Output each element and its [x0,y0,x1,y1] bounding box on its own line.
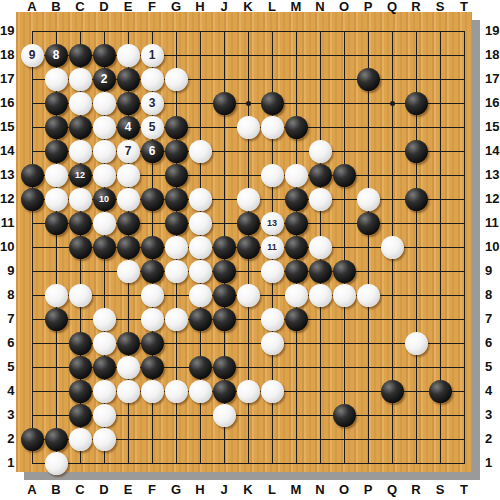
black-stone-A2[interactable] [21,428,44,451]
black-stone-B14[interactable] [45,140,68,163]
black-stone-B7[interactable] [45,308,68,331]
black-stone-K10[interactable] [237,236,260,259]
black-stone-M11[interactable] [285,212,308,235]
black-stone-M10[interactable] [285,236,308,259]
col-label-F: F [140,481,164,498]
black-stone-E15[interactable]: 4 [117,116,140,139]
black-stone-D18[interactable] [93,44,116,67]
white-stone-C17[interactable] [69,68,92,91]
white-stone-D6[interactable] [93,332,116,355]
white-stone-F16[interactable]: 3 [141,92,164,115]
white-stone-F15[interactable]: 5 [141,116,164,139]
go-board-screen: 98123457612101311 ABCDEFGHJKLMNOPQRST AB… [0,0,500,500]
white-stone-G10[interactable] [165,236,188,259]
col-label-Q: Q [380,481,404,498]
col-label-N: N [308,481,332,498]
black-stone-E17[interactable] [117,68,140,91]
row-label-7: 7 [0,307,15,331]
white-stone-E14[interactable]: 7 [117,140,140,163]
col-label-R: R [404,0,428,13]
white-stone-B1[interactable] [45,452,68,475]
white-stone-H12[interactable] [189,188,212,211]
move-number-10: 10 [99,195,109,204]
stones-layer[interactable]: 98123457612101311 [20,19,476,475]
col-label-S: S [428,481,452,498]
white-stone-K4[interactable] [237,380,260,403]
move-number-5: 5 [149,121,156,133]
black-stone-N13[interactable] [309,164,332,187]
row-label-3: 3 [485,403,500,427]
white-stone-F4[interactable] [141,380,164,403]
white-stone-E12[interactable] [117,188,140,211]
col-label-H: H [188,481,212,498]
black-stone-D17[interactable]: 2 [93,68,116,91]
row-label-4: 4 [0,379,15,403]
move-number-8: 8 [53,49,60,61]
row-label-13: 13 [485,163,500,187]
col-label-L: L [260,0,284,13]
row-label-6: 6 [485,331,500,355]
white-stone-L6[interactable] [261,332,284,355]
move-number-11: 11 [267,243,277,252]
black-stone-J9[interactable] [213,260,236,283]
black-stone-E11[interactable] [117,212,140,235]
white-stone-D4[interactable] [93,380,116,403]
white-stone-C12[interactable] [69,188,92,211]
white-stone-C8[interactable] [69,284,92,307]
white-stone-N12[interactable] [309,188,332,211]
move-number-6: 6 [149,145,156,157]
row-label-13: 13 [0,163,15,187]
white-stone-L4[interactable] [261,380,284,403]
col-label-P: P [356,481,380,498]
move-number-3: 3 [149,97,156,109]
white-stone-F7[interactable] [141,308,164,331]
row-label-17: 17 [0,67,15,91]
white-stone-F17[interactable] [141,68,164,91]
move-number-1: 1 [149,49,156,61]
black-stone-O13[interactable] [333,164,356,187]
col-label-C: C [68,0,92,13]
row-label-2: 2 [0,427,15,451]
white-stone-D15[interactable] [93,116,116,139]
col-label-M: M [284,481,308,498]
move-number-4: 4 [125,121,132,133]
black-stone-J10[interactable] [213,236,236,259]
white-stone-K12[interactable] [237,188,260,211]
col-label-J: J [212,481,236,498]
col-label-K: K [236,0,260,13]
row-label-18: 18 [485,43,500,67]
black-stone-L16[interactable] [261,92,284,115]
col-label-M: M [284,0,308,13]
white-stone-E18[interactable] [117,44,140,67]
black-stone-J16[interactable] [213,92,236,115]
row-label-12: 12 [485,187,500,211]
white-stone-L10[interactable]: 11 [261,236,284,259]
white-stone-H11[interactable] [189,212,212,235]
row-label-8: 8 [485,283,500,307]
row-label-3: 3 [0,403,15,427]
white-stone-H10[interactable] [189,236,212,259]
black-stone-B15[interactable] [45,116,68,139]
col-label-N: N [308,0,332,13]
white-stone-E13[interactable] [117,164,140,187]
row-label-1: 1 [485,451,500,475]
col-label-Q: Q [380,0,404,13]
row-label-16: 16 [485,91,500,115]
black-stone-P11[interactable] [357,212,380,235]
move-number-9: 9 [29,49,36,61]
black-stone-F12[interactable] [141,188,164,211]
col-label-H: H [188,0,212,13]
black-stone-J5[interactable] [213,356,236,379]
black-stone-C3[interactable] [69,404,92,427]
black-stone-G15[interactable] [165,116,188,139]
black-stone-M9[interactable] [285,260,308,283]
white-stone-G17[interactable] [165,68,188,91]
white-stone-B17[interactable] [45,68,68,91]
row-label-9: 9 [485,259,500,283]
white-stone-D16[interactable] [93,92,116,115]
col-label-A: A [20,481,44,498]
white-stone-D2[interactable] [93,428,116,451]
black-stone-E10[interactable] [117,236,140,259]
column-labels-bottom: ABCDEFGHJKLMNOPQRST [20,481,476,498]
black-stone-A12[interactable] [21,188,44,211]
black-stone-R12[interactable] [405,188,428,211]
black-stone-R14[interactable] [405,140,428,163]
black-stone-S4[interactable] [429,380,452,403]
row-label-10: 10 [485,235,500,259]
white-stone-G4[interactable] [165,380,188,403]
white-stone-M8[interactable] [285,284,308,307]
white-stone-H8[interactable] [189,284,212,307]
white-stone-B13[interactable] [45,164,68,187]
white-stone-N10[interactable] [309,236,332,259]
white-stone-K15[interactable] [237,116,260,139]
col-label-L: L [260,481,284,498]
white-stone-F8[interactable] [141,284,164,307]
row-label-8: 8 [0,283,15,307]
white-stone-E5[interactable] [117,356,140,379]
black-stone-B16[interactable] [45,92,68,115]
black-stone-B11[interactable] [45,212,68,235]
white-stone-C14[interactable] [69,140,92,163]
white-stone-B12[interactable] [45,188,68,211]
black-stone-K11[interactable] [237,212,260,235]
black-stone-M7[interactable] [285,308,308,331]
black-stone-R16[interactable] [405,92,428,115]
row-label-16: 16 [0,91,15,115]
white-stone-E4[interactable] [117,380,140,403]
white-stone-G7[interactable] [165,308,188,331]
col-label-C: C [68,481,92,498]
col-label-B: B [44,481,68,498]
move-number-12: 12 [75,171,85,180]
black-stone-G14[interactable] [165,140,188,163]
col-label-S: S [428,0,452,13]
white-stone-L15[interactable] [261,116,284,139]
row-label-14: 14 [0,139,15,163]
white-stone-E9[interactable] [117,260,140,283]
row-label-11: 11 [485,211,500,235]
row-label-12: 12 [0,187,15,211]
white-stone-G9[interactable] [165,260,188,283]
row-label-5: 5 [0,355,15,379]
black-stone-J8[interactable] [213,284,236,307]
row-label-15: 15 [0,115,15,139]
white-stone-L9[interactable] [261,260,284,283]
col-label-D: D [92,481,116,498]
move-number-7: 7 [125,145,132,157]
col-label-J: J [212,0,236,13]
black-stone-F6[interactable] [141,332,164,355]
row-label-7: 7 [485,307,500,331]
white-stone-N8[interactable] [309,284,332,307]
black-stone-D10[interactable] [93,236,116,259]
black-stone-D5[interactable] [93,356,116,379]
row-label-19: 19 [485,19,500,43]
col-label-O: O [332,0,356,13]
white-stone-D14[interactable] [93,140,116,163]
white-stone-D11[interactable] [93,212,116,235]
white-stone-J3[interactable] [213,404,236,427]
col-label-G: G [164,0,188,13]
black-stone-E6[interactable] [117,332,140,355]
white-stone-L11[interactable]: 13 [261,212,284,235]
white-stone-O8[interactable] [333,284,356,307]
col-label-P: P [356,0,380,13]
col-label-R: R [404,481,428,498]
black-stone-F9[interactable] [141,260,164,283]
black-stone-G12[interactable] [165,188,188,211]
col-label-T: T [452,481,476,498]
row-label-5: 5 [485,355,500,379]
white-stone-P12[interactable] [357,188,380,211]
white-stone-B8[interactable] [45,284,68,307]
row-label-4: 4 [485,379,500,403]
black-stone-H7[interactable] [189,308,212,331]
white-stone-H4[interactable] [189,380,212,403]
black-stone-F14[interactable]: 6 [141,140,164,163]
black-stone-C13[interactable]: 12 [69,164,92,187]
row-label-11: 11 [0,211,15,235]
white-stone-D7[interactable] [93,308,116,331]
black-stone-O9[interactable] [333,260,356,283]
move-number-2: 2 [101,73,108,85]
black-stone-D12[interactable]: 10 [93,188,116,211]
col-label-E: E [116,481,140,498]
black-stone-C10[interactable] [69,236,92,259]
white-stone-C16[interactable] [69,92,92,115]
black-stone-A13[interactable] [21,164,44,187]
white-stone-C2[interactable] [69,428,92,451]
white-stone-Q10[interactable] [381,236,404,259]
black-stone-H5[interactable] [189,356,212,379]
white-stone-D3[interactable] [93,404,116,427]
row-label-2: 2 [485,427,500,451]
white-stone-H9[interactable] [189,260,212,283]
black-stone-C18[interactable] [69,44,92,67]
white-stone-R6[interactable] [405,332,428,355]
col-label-B: B [44,0,68,13]
col-label-E: E [116,0,140,13]
black-stone-O3[interactable] [333,404,356,427]
row-labels-left: 19181716151413121110987654321 [0,19,15,475]
row-label-1: 1 [0,451,15,475]
white-stone-L7[interactable] [261,308,284,331]
black-stone-M15[interactable] [285,116,308,139]
black-stone-Q4[interactable] [381,380,404,403]
black-stone-G11[interactable] [165,212,188,235]
black-stone-P17[interactable] [357,68,380,91]
black-stone-C4[interactable] [69,380,92,403]
row-label-17: 17 [485,67,500,91]
white-stone-D13[interactable] [93,164,116,187]
black-stone-C6[interactable] [69,332,92,355]
white-stone-H14[interactable] [189,140,212,163]
row-label-18: 18 [0,43,15,67]
row-label-9: 9 [0,259,15,283]
black-stone-C5[interactable] [69,356,92,379]
col-label-D: D [92,0,116,13]
row-label-15: 15 [485,115,500,139]
row-label-19: 19 [0,19,15,43]
white-stone-A18[interactable]: 9 [21,44,44,67]
black-stone-J4[interactable] [213,380,236,403]
white-stone-N14[interactable] [309,140,332,163]
white-stone-K8[interactable] [237,284,260,307]
row-label-10: 10 [0,235,15,259]
move-number-13: 13 [267,219,277,228]
white-stone-L13[interactable] [261,164,284,187]
white-stone-F18[interactable]: 1 [141,44,164,67]
black-stone-C11[interactable] [69,212,92,235]
row-label-14: 14 [485,139,500,163]
black-stone-M12[interactable] [285,188,308,211]
col-label-G: G [164,481,188,498]
row-labels-right: 19181716151413121110987654321 [485,19,500,475]
black-stone-G13[interactable] [165,164,188,187]
col-label-F: F [140,0,164,13]
black-stone-N9[interactable] [309,260,332,283]
white-stone-M13[interactable] [285,164,308,187]
col-label-K: K [236,481,260,498]
row-label-6: 6 [0,331,15,355]
column-labels-top: ABCDEFGHJKLMNOPQRST [20,0,476,13]
black-stone-J7[interactable] [213,308,236,331]
white-stone-P8[interactable] [357,284,380,307]
col-label-T: T [452,0,476,13]
black-stone-E16[interactable] [117,92,140,115]
black-stone-F5[interactable] [141,356,164,379]
black-stone-C15[interactable] [69,116,92,139]
col-label-O: O [332,481,356,498]
black-stone-F10[interactable] [141,236,164,259]
black-stone-B2[interactable] [45,428,68,451]
col-label-A: A [20,0,44,13]
black-stone-B18[interactable]: 8 [45,44,68,67]
